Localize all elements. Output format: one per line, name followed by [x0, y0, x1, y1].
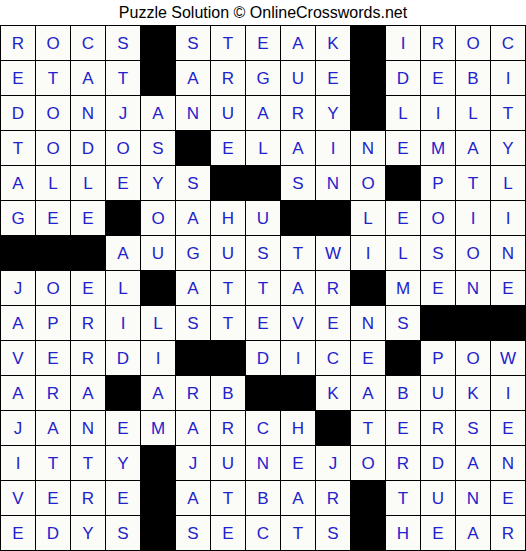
letter-cell: A	[1, 376, 36, 411]
letter-cell: O	[141, 201, 176, 236]
letter-cell: L	[456, 96, 491, 131]
letter-cell: O	[421, 201, 456, 236]
letter-cell: N	[491, 236, 526, 271]
letter-cell: U	[211, 446, 246, 481]
letter-cell: A	[281, 131, 316, 166]
letter-cell: B	[386, 376, 421, 411]
letter-cell: N	[351, 306, 386, 341]
letter-cell: N	[246, 446, 281, 481]
black-cell	[281, 201, 316, 236]
letter-cell: A	[141, 376, 176, 411]
letter-cell: A	[141, 96, 176, 131]
letter-cell: T	[1, 131, 36, 166]
puzzle-solution-page: Puzzle Solution © OnlineCrosswords.net R…	[0, 0, 526, 551]
letter-cell: S	[176, 166, 211, 201]
letter-cell: A	[281, 271, 316, 306]
letter-cell: D	[71, 131, 106, 166]
letter-cell: S	[176, 306, 211, 341]
letter-cell: I	[351, 236, 386, 271]
black-cell	[1, 236, 36, 271]
letter-cell: R	[36, 376, 71, 411]
black-cell	[386, 341, 421, 376]
letter-cell: C	[491, 26, 526, 61]
letter-cell: E	[36, 341, 71, 376]
letter-cell: E	[1, 61, 36, 96]
letter-cell: E	[386, 131, 421, 166]
letter-cell: W	[491, 341, 526, 376]
letter-cell: D	[36, 516, 71, 551]
letter-cell: A	[36, 411, 71, 446]
black-cell	[141, 271, 176, 306]
letter-cell: L	[71, 166, 106, 201]
letter-cell: T	[36, 61, 71, 96]
letter-cell: C	[316, 341, 351, 376]
letter-cell: I	[106, 306, 141, 341]
letter-cell: R	[176, 376, 211, 411]
letter-cell: D	[386, 61, 421, 96]
letter-cell: R	[421, 411, 456, 446]
letter-cell: S	[281, 166, 316, 201]
letter-cell: J	[316, 446, 351, 481]
letter-cell: I	[141, 341, 176, 376]
letter-cell: S	[106, 516, 141, 551]
letter-cell: R	[211, 61, 246, 96]
letter-cell: E	[211, 516, 246, 551]
letter-cell: J	[1, 411, 36, 446]
letter-cell: R	[316, 271, 351, 306]
letter-cell: V	[1, 481, 36, 516]
black-cell	[351, 26, 386, 61]
letter-cell: I	[1, 446, 36, 481]
letter-cell: T	[351, 411, 386, 446]
letter-cell: M	[386, 271, 421, 306]
letter-cell: N	[176, 96, 211, 131]
black-cell	[176, 341, 211, 376]
letter-cell: L	[106, 271, 141, 306]
letter-cell: O	[106, 131, 141, 166]
letter-cell: S	[246, 236, 281, 271]
letter-cell: V	[1, 341, 36, 376]
black-cell	[316, 411, 351, 446]
black-cell	[246, 376, 281, 411]
letter-cell: I	[491, 61, 526, 96]
letter-cell: K	[316, 26, 351, 61]
black-cell	[141, 516, 176, 551]
black-cell	[281, 376, 316, 411]
black-cell	[141, 446, 176, 481]
letter-cell: O	[36, 131, 71, 166]
letter-cell: H	[281, 411, 316, 446]
letter-cell: D	[1, 96, 36, 131]
black-cell	[386, 166, 421, 201]
black-cell	[176, 131, 211, 166]
letter-cell: I	[316, 131, 351, 166]
letter-cell: U	[141, 236, 176, 271]
letter-cell: E	[316, 61, 351, 96]
letter-cell: R	[71, 306, 106, 341]
letter-cell: N	[456, 481, 491, 516]
letter-cell: T	[211, 481, 246, 516]
letter-cell: R	[491, 516, 526, 551]
letter-cell: E	[421, 516, 456, 551]
letter-cell: N	[71, 411, 106, 446]
black-cell	[106, 376, 141, 411]
letter-cell: I	[456, 201, 491, 236]
letter-cell: S	[421, 236, 456, 271]
letter-cell: R	[1, 26, 36, 61]
letter-cell: O	[456, 341, 491, 376]
letter-cell: U	[211, 236, 246, 271]
letter-cell: U	[421, 481, 456, 516]
letter-cell: E	[316, 306, 351, 341]
letter-cell: B	[456, 61, 491, 96]
letter-cell: E	[351, 341, 386, 376]
letter-cell: I	[281, 341, 316, 376]
black-cell	[351, 516, 386, 551]
letter-cell: O	[36, 96, 71, 131]
letter-cell: N	[316, 166, 351, 201]
letter-cell: E	[386, 201, 421, 236]
letter-cell: H	[386, 516, 421, 551]
letter-cell: A	[71, 376, 106, 411]
letter-cell: A	[176, 271, 211, 306]
letter-cell: E	[71, 271, 106, 306]
letter-cell: A	[281, 26, 316, 61]
letter-cell: R	[211, 411, 246, 446]
letter-cell: A	[176, 411, 211, 446]
letter-cell: L	[386, 96, 421, 131]
letter-cell: K	[456, 376, 491, 411]
black-cell	[351, 271, 386, 306]
letter-cell: E	[281, 446, 316, 481]
letter-cell: R	[71, 481, 106, 516]
letter-cell: E	[491, 271, 526, 306]
black-cell	[141, 61, 176, 96]
black-cell	[351, 61, 386, 96]
letter-cell: T	[281, 516, 316, 551]
black-cell	[491, 306, 526, 341]
letter-cell: S	[456, 411, 491, 446]
letter-cell: T	[456, 166, 491, 201]
letter-cell: S	[176, 516, 211, 551]
letter-cell: V	[281, 306, 316, 341]
letter-cell: E	[421, 271, 456, 306]
black-cell	[456, 306, 491, 341]
letter-cell: L	[141, 306, 176, 341]
letter-cell: A	[351, 376, 386, 411]
letter-cell: T	[106, 61, 141, 96]
letter-cell: E	[246, 26, 281, 61]
letter-cell: J	[1, 271, 36, 306]
letter-cell: L	[386, 236, 421, 271]
letter-cell: W	[316, 236, 351, 271]
letter-cell: E	[106, 411, 141, 446]
letter-cell: G	[246, 61, 281, 96]
letter-cell: E	[211, 131, 246, 166]
letter-cell: G	[176, 236, 211, 271]
letter-cell: U	[211, 96, 246, 131]
letter-cell: L	[491, 166, 526, 201]
letter-cell: O	[456, 26, 491, 61]
letter-cell: T	[71, 446, 106, 481]
letter-cell: U	[246, 201, 281, 236]
letter-cell: E	[386, 411, 421, 446]
letter-cell: J	[106, 96, 141, 131]
letter-cell: S	[176, 26, 211, 61]
letter-cell: E	[71, 201, 106, 236]
letter-cell: R	[71, 341, 106, 376]
letter-cell: A	[1, 306, 36, 341]
letter-cell: I	[386, 26, 421, 61]
black-cell	[211, 341, 246, 376]
letter-cell: L	[246, 131, 281, 166]
letter-cell: L	[351, 201, 386, 236]
letter-cell: E	[36, 201, 71, 236]
letter-cell: C	[246, 411, 281, 446]
letter-cell: Y	[106, 446, 141, 481]
letter-cell: E	[106, 166, 141, 201]
black-cell	[211, 166, 246, 201]
letter-cell: B	[211, 376, 246, 411]
letter-cell: T	[211, 26, 246, 61]
letter-cell: A	[71, 61, 106, 96]
letter-cell: T	[281, 236, 316, 271]
letter-cell: A	[176, 61, 211, 96]
letter-cell: O	[36, 26, 71, 61]
letter-cell: E	[36, 481, 71, 516]
letter-cell: A	[176, 201, 211, 236]
black-cell	[71, 236, 106, 271]
crossword-board: ROCSSTEAKIROCETATARGUEDEBIDONJANUARYLILT…	[0, 25, 526, 551]
letter-cell: A	[106, 236, 141, 271]
letter-cell: U	[281, 61, 316, 96]
letter-cell: G	[1, 201, 36, 236]
letter-cell: J	[176, 446, 211, 481]
letter-cell: Y	[491, 131, 526, 166]
black-cell	[141, 481, 176, 516]
letter-cell: E	[106, 481, 141, 516]
black-cell	[351, 96, 386, 131]
letter-cell: R	[281, 96, 316, 131]
letter-cell: O	[351, 166, 386, 201]
letter-cell: P	[421, 166, 456, 201]
letter-cell: M	[141, 411, 176, 446]
letter-cell: D	[421, 446, 456, 481]
letter-cell: S	[316, 516, 351, 551]
letter-cell: E	[491, 411, 526, 446]
letter-cell: T	[246, 271, 281, 306]
page-title: Puzzle Solution © OnlineCrosswords.net	[0, 0, 526, 25]
letter-cell: N	[456, 271, 491, 306]
black-cell	[141, 26, 176, 61]
letter-cell: O	[351, 446, 386, 481]
letter-cell: T	[491, 96, 526, 131]
black-cell	[316, 201, 351, 236]
letter-cell: Y	[71, 516, 106, 551]
letter-cell: I	[491, 201, 526, 236]
letter-cell: R	[386, 446, 421, 481]
letter-cell: A	[176, 481, 211, 516]
letter-cell: N	[491, 446, 526, 481]
letter-cell: N	[71, 96, 106, 131]
letter-cell: A	[281, 481, 316, 516]
letter-cell: D	[246, 341, 281, 376]
letter-cell: R	[316, 481, 351, 516]
letter-cell: E	[421, 61, 456, 96]
letter-cell: P	[36, 306, 71, 341]
letter-cell: K	[316, 376, 351, 411]
letter-cell: T	[211, 271, 246, 306]
letter-cell: A	[1, 166, 36, 201]
letter-cell: N	[351, 131, 386, 166]
letter-cell: S	[106, 26, 141, 61]
letter-cell: T	[211, 306, 246, 341]
letter-cell: C	[71, 26, 106, 61]
letter-cell: L	[36, 166, 71, 201]
letter-cell: B	[246, 481, 281, 516]
letter-cell: O	[36, 271, 71, 306]
letter-cell: M	[421, 131, 456, 166]
letter-cell: Y	[141, 166, 176, 201]
black-cell	[351, 481, 386, 516]
letter-cell: R	[421, 26, 456, 61]
letter-cell: O	[456, 236, 491, 271]
letter-cell: S	[386, 306, 421, 341]
letter-cell: U	[421, 376, 456, 411]
letter-cell: C	[246, 516, 281, 551]
letter-cell: A	[246, 96, 281, 131]
letter-cell: P	[421, 341, 456, 376]
letter-cell: A	[456, 446, 491, 481]
letter-cell: E	[491, 481, 526, 516]
letter-cell: I	[491, 376, 526, 411]
letter-cell: E	[246, 306, 281, 341]
letter-cell: A	[456, 516, 491, 551]
letter-cell: T	[386, 481, 421, 516]
letter-cell: S	[141, 131, 176, 166]
black-cell	[246, 166, 281, 201]
letter-cell: E	[1, 516, 36, 551]
letter-cell: D	[106, 341, 141, 376]
black-cell	[421, 306, 456, 341]
letter-cell: A	[456, 131, 491, 166]
black-cell	[36, 236, 71, 271]
letter-cell: I	[421, 96, 456, 131]
letter-cell: H	[211, 201, 246, 236]
letter-cell: Y	[316, 96, 351, 131]
letter-cell: T	[36, 446, 71, 481]
black-cell	[106, 201, 141, 236]
